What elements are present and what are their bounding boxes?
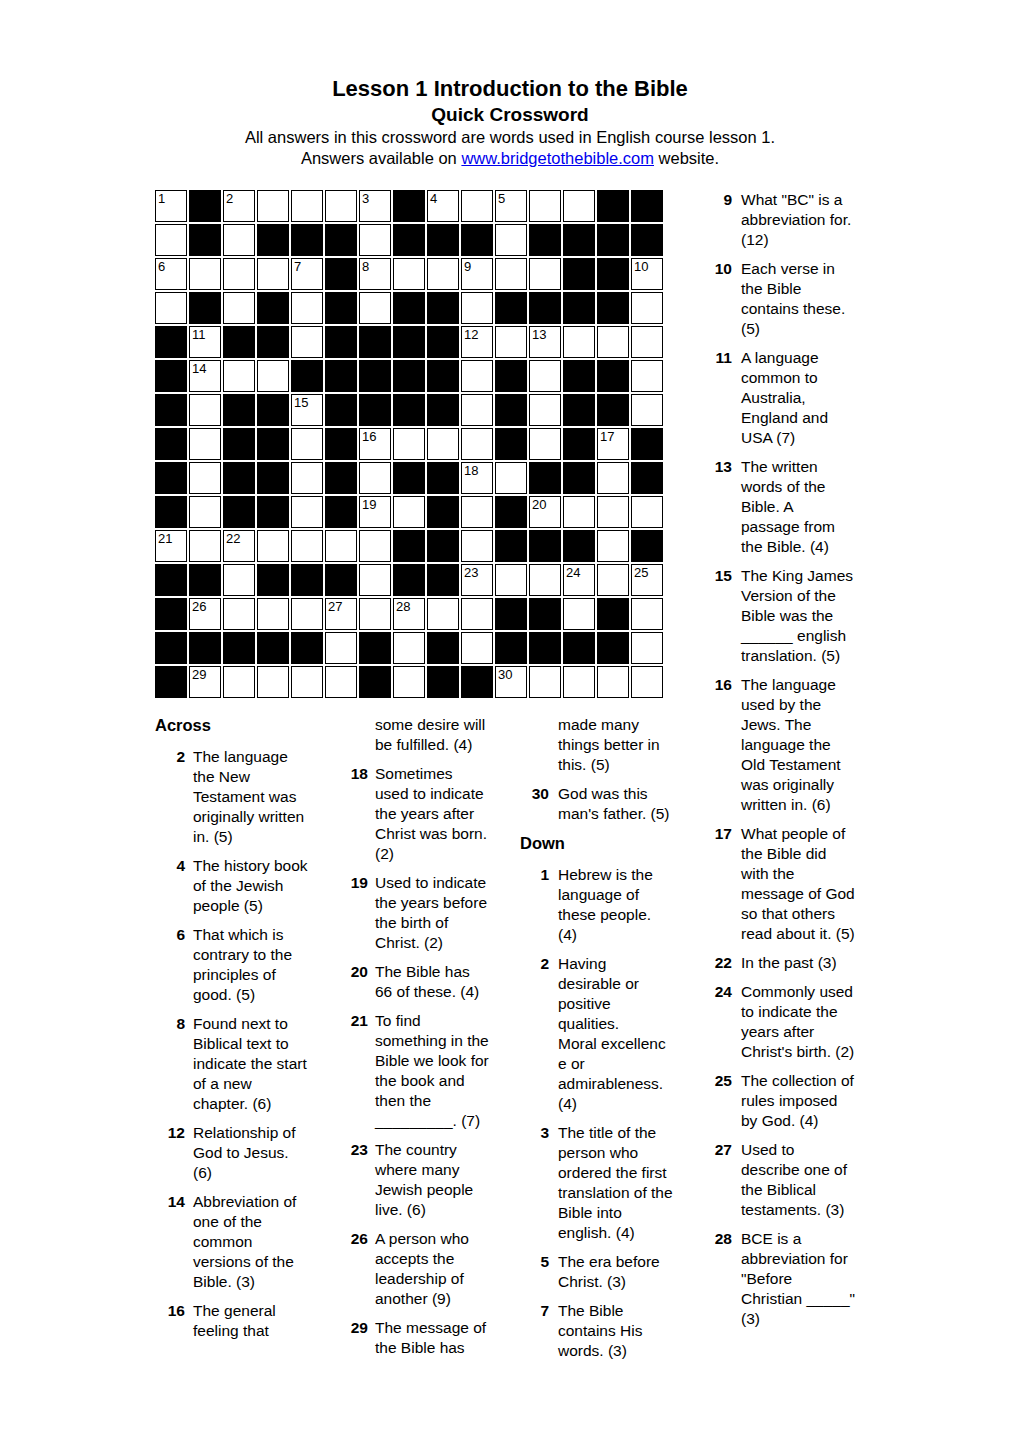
cell-number-11: 11: [192, 327, 206, 342]
cell-number-14: 14: [192, 361, 206, 376]
grid-cell-r11-c6[interactable]: [325, 530, 357, 562]
grid-cell-r1-c13[interactable]: [563, 190, 595, 222]
grid-cell-r9-c5[interactable]: [291, 462, 323, 494]
cell-number-12: 12: [464, 327, 478, 342]
clue-column-down-right: 9What "BC" is a abbreviation for. (12)10…: [700, 190, 860, 1338]
grid-cell-r10-c14[interactable]: [597, 496, 629, 528]
page-header: Lesson 1 Introduction to the Bible Quick…: [0, 76, 1020, 169]
clue-number: 16: [155, 1301, 185, 1341]
grid-cell-r12-c7[interactable]: [359, 564, 391, 596]
grid-cell-r8-c11: [495, 428, 527, 460]
grid-cell-r8-c5[interactable]: [291, 428, 323, 460]
grid-cell-r6-c12[interactable]: [529, 360, 561, 392]
grid-cell-r10-c11: [495, 496, 527, 528]
grid-cell-r13-c8[interactable]: 28: [393, 598, 425, 630]
answers-line: Answers available on www.bridgetothebibl…: [0, 148, 1020, 169]
grid-cell-r5-c14[interactable]: [597, 326, 629, 358]
grid-cell-r14-c3: [223, 632, 255, 664]
cell-number-21: 21: [158, 531, 172, 546]
grid-cell-r15-c5[interactable]: [291, 666, 323, 698]
crossword-grid[interactable]: 1234567891011121314151617181920212223242…: [155, 190, 663, 698]
cell-number-25: 25: [634, 565, 648, 580]
grid-cell-r14-c6[interactable]: [325, 632, 357, 664]
cell-number-17: 17: [600, 429, 614, 444]
clue-text: Used to indicate the years before the bi…: [375, 873, 492, 953]
clue-25: 25The collection of rules imposed by God…: [700, 1071, 860, 1131]
grid-cell-r11-c10[interactable]: [461, 530, 493, 562]
grid-cell-r11-c9: [427, 530, 459, 562]
grid-cell-r6-c15[interactable]: [631, 360, 663, 392]
grid-cell-r15-c15[interactable]: [631, 666, 663, 698]
intro-line: All answers in this crossword are words …: [0, 127, 1020, 148]
grid-cell-r12-c12[interactable]: [529, 564, 561, 596]
clue-number: 2: [520, 954, 549, 1114]
clue-column-across-down: made many things better in this. (5)30Go…: [520, 715, 677, 1370]
cell-number-3: 3: [362, 191, 369, 206]
grid-cell-r7-c15[interactable]: [631, 394, 663, 426]
grid-cell-r1-c11[interactable]: 5: [495, 190, 527, 222]
clue-text: The title of the person who ordered the …: [558, 1123, 677, 1243]
grid-cell-r15-c13[interactable]: [563, 666, 595, 698]
grid-cell-r11-c3[interactable]: 22: [223, 530, 255, 562]
grid-cell-r6-c2[interactable]: 14: [189, 360, 221, 392]
grid-cell-r2-c6: [325, 224, 357, 256]
cell-number-4: 4: [430, 191, 437, 206]
clue-text: Used to describe one of the Biblical tes…: [741, 1140, 860, 1220]
clue-number: [332, 715, 368, 755]
grid-cell-r9-c3: [223, 462, 255, 494]
grid-cell-r10-c4: [257, 496, 289, 528]
grid-cell-r10-c5[interactable]: [291, 496, 323, 528]
clue-10: 10Each verse in the Bible contains these…: [700, 259, 860, 339]
clue-number: 18: [332, 764, 368, 864]
grid-cell-r12-c11[interactable]: [495, 564, 527, 596]
clue-17: 17What people of the Bible did with the …: [700, 824, 860, 944]
grid-cell-r5-c7: [359, 326, 391, 358]
grid-cell-r9-c11[interactable]: [495, 462, 527, 494]
grid-cell-r10-c15[interactable]: [631, 496, 663, 528]
grid-cell-r12-c4: [257, 564, 289, 596]
grid-cell-r15-c9: [427, 666, 459, 698]
grid-cell-r11-c1[interactable]: 21: [155, 530, 187, 562]
grid-cell-r15-c14[interactable]: [597, 666, 629, 698]
grid-cell-r15-c1: [155, 666, 187, 698]
clue-14: 14Abbreviation of one of the common vers…: [155, 1192, 313, 1292]
grid-cell-r7-c12[interactable]: [529, 394, 561, 426]
grid-cell-r3-c11[interactable]: [495, 258, 527, 290]
clue-1: 1Hebrew is the language of these people.…: [520, 865, 677, 945]
grid-cell-r4-c2: [189, 292, 221, 324]
grid-cell-r8-c10[interactable]: [461, 428, 493, 460]
grid-cell-r14-c15[interactable]: [631, 632, 663, 664]
grid-cell-r11-c2[interactable]: [189, 530, 221, 562]
cell-number-15: 15: [294, 395, 308, 410]
grid-cell-r5-c11[interactable]: [495, 326, 527, 358]
grid-cell-r9-c1: [155, 462, 187, 494]
grid-cell-r2-c5: [291, 224, 323, 256]
grid-cell-r2-c3[interactable]: [223, 224, 255, 256]
grid-cell-r4-c7[interactable]: [359, 292, 391, 324]
clue-text: Each verse in the Bible contains these. …: [741, 259, 860, 339]
grid-cell-r7-c9: [427, 394, 459, 426]
grid-cell-r1-c15: [631, 190, 663, 222]
clue-text: A person who accepts the leadership of a…: [375, 1229, 492, 1309]
clue-column-across-2: some desire will be fulfilled. (4)18Some…: [332, 715, 492, 1367]
clue-text: The message of the Bible has: [375, 1318, 492, 1358]
grid-cell-r1-c7[interactable]: 3: [359, 190, 391, 222]
grid-cell-r13-c9[interactable]: [427, 598, 459, 630]
clue-number: 25: [700, 1071, 732, 1131]
crossword-document-page: Lesson 1 Introduction to the Bible Quick…: [0, 0, 1020, 1443]
clue-number: 28: [700, 1229, 732, 1329]
grid-cell-r6-c7: [359, 360, 391, 392]
clue-number: 15: [700, 566, 732, 666]
grid-cell-r8-c2[interactable]: [189, 428, 221, 460]
grid-cell-r9-c8: [393, 462, 425, 494]
grid-cell-r13-c14: [597, 598, 629, 630]
grid-cell-r7-c10[interactable]: [461, 394, 493, 426]
clue-number: 2: [155, 747, 185, 847]
grid-cell-r5-c9: [427, 326, 459, 358]
grid-cell-r6-c11: [495, 360, 527, 392]
grid-cell-r9-c6: [325, 462, 357, 494]
grid-cell-r5-c1: [155, 326, 187, 358]
cell-number-27: 27: [328, 599, 342, 614]
grid-cell-r8-c6: [325, 428, 357, 460]
grid-cell-r1-c8: [393, 190, 425, 222]
clue-text: A language common to Australia, England …: [741, 348, 860, 448]
grid-cell-r1-c1[interactable]: 1: [155, 190, 187, 222]
clue-text: The general feeling that: [193, 1301, 313, 1341]
grid-cell-r9-c4: [257, 462, 289, 494]
grid-cell-r3-c12[interactable]: [529, 258, 561, 290]
cell-number-20: 20: [532, 497, 546, 512]
grid-cell-r6-c6: [325, 360, 357, 392]
grid-cell-r4-c9: [427, 292, 459, 324]
cell-number-9: 9: [464, 259, 471, 274]
grid-cell-r14-c13: [563, 632, 595, 664]
grid-cell-r1-c4[interactable]: [257, 190, 289, 222]
grid-cell-r15-c3[interactable]: [223, 666, 255, 698]
clue-number: 19: [332, 873, 368, 953]
grid-cell-r3-c9[interactable]: [427, 258, 459, 290]
grid-cell-r5-c3: [223, 326, 255, 358]
grid-cell-r14-c14: [597, 632, 629, 664]
grid-cell-r12-c15[interactable]: 25: [631, 564, 663, 596]
clue-7: 7The Bible contains His words. (3): [520, 1301, 677, 1361]
cell-number-28: 28: [396, 599, 410, 614]
grid-cell-r9-c10[interactable]: 18: [461, 462, 493, 494]
grid-cell-r6-c4[interactable]: [257, 360, 289, 392]
clue-text: Relationship of God to Jesus. (6): [193, 1123, 313, 1183]
clue-number: 16: [700, 675, 732, 815]
grid-cell-r13-c10[interactable]: [461, 598, 493, 630]
grid-cell-r15-c7: [359, 666, 391, 698]
grid-cell-r11-c13: [563, 530, 595, 562]
grid-cell-r14-c12: [529, 632, 561, 664]
grid-cell-r2-c11[interactable]: [495, 224, 527, 256]
grid-cell-r15-c12[interactable]: [529, 666, 561, 698]
grid-cell-r1-c10[interactable]: [461, 190, 493, 222]
clue-number: 8: [155, 1014, 185, 1114]
grid-cell-r11-c14[interactable]: [597, 530, 629, 562]
grid-cell-r7-c11: [495, 394, 527, 426]
grid-cell-r6-c1: [155, 360, 187, 392]
clue-21: 21To find something in the Bible we look…: [332, 1011, 492, 1131]
grid-cell-r10-c10[interactable]: [461, 496, 493, 528]
clue-22: 22In the past (3): [700, 953, 860, 973]
grid-cell-r1-c6[interactable]: [325, 190, 357, 222]
cell-number-1: 1: [158, 191, 165, 206]
grid-cell-r3-c7[interactable]: 8: [359, 258, 391, 290]
clue-27: 27Used to describe one of the Biblical t…: [700, 1140, 860, 1220]
grid-cell-r7-c1: [155, 394, 187, 426]
clue-19: 19Used to indicate the years before the …: [332, 873, 492, 953]
grid-cell-r1-c12[interactable]: [529, 190, 561, 222]
grid-cell-r8-c9[interactable]: [427, 428, 459, 460]
grid-cell-r3-c3[interactable]: [223, 258, 255, 290]
grid-cell-r3-c5[interactable]: 7: [291, 258, 323, 290]
cell-number-18: 18: [464, 463, 478, 478]
clue-23: 23The country where many Jewish people l…: [332, 1140, 492, 1220]
grid-cell-r10-c12[interactable]: 20: [529, 496, 561, 528]
grid-cell-r11-c5[interactable]: [291, 530, 323, 562]
grid-cell-r4-c6: [325, 292, 357, 324]
page-title: Lesson 1 Introduction to the Bible: [0, 76, 1020, 102]
grid-cell-r2-c9: [427, 224, 459, 256]
clue-number: 23: [332, 1140, 368, 1220]
grid-cell-r12-c8: [393, 564, 425, 596]
clue-number: 4: [155, 856, 185, 916]
clue-text: What people of the Bible did with the me…: [741, 824, 860, 944]
grid-cell-r2-c1[interactable]: [155, 224, 187, 256]
grid-cell-r5-c2[interactable]: 11: [189, 326, 221, 358]
grid-cell-r13-c3[interactable]: [223, 598, 255, 630]
cell-number-19: 19: [362, 497, 376, 512]
page-subtitle: Quick Crossword: [0, 103, 1020, 127]
grid-cell-r8-c7[interactable]: 16: [359, 428, 391, 460]
grid-cell-r1-c9[interactable]: 4: [427, 190, 459, 222]
grid-cell-r9-c9: [427, 462, 459, 494]
grid-cell-r10-c3: [223, 496, 255, 528]
grid-cell-r14-c8[interactable]: [393, 632, 425, 664]
grid-cell-r8-c4: [257, 428, 289, 460]
grid-cell-r12-c13[interactable]: 24: [563, 564, 595, 596]
grid-cell-r13-c6[interactable]: 27: [325, 598, 357, 630]
grid-cell-r12-c1: [155, 564, 187, 596]
grid-cell-r4-c4: [257, 292, 289, 324]
grid-cell-r8-c8[interactable]: [393, 428, 425, 460]
grid-cell-r5-c5[interactable]: [291, 326, 323, 358]
clue-number: 11: [700, 348, 732, 448]
grid-cell-r10-c2[interactable]: [189, 496, 221, 528]
grid-cell-r13-c4[interactable]: [257, 598, 289, 630]
clue-text: The Bible contains His words. (3): [558, 1301, 677, 1361]
clue-text: The Bible has 66 of these. (4): [375, 962, 492, 1002]
cell-number-8: 8: [362, 259, 369, 274]
clue-9: 9What "BC" is a abbreviation for. (12): [700, 190, 860, 250]
answers-website-link[interactable]: www.bridgetothebible.com: [461, 149, 654, 167]
grid-cell-r3-c8[interactable]: [393, 258, 425, 290]
clue-number: 30: [520, 784, 549, 824]
grid-cell-r9-c2[interactable]: [189, 462, 221, 494]
grid-cell-r11-c4[interactable]: [257, 530, 289, 562]
grid-cell-r14-c10[interactable]: [461, 632, 493, 664]
grid-cell-r14-c5: [291, 632, 323, 664]
clue-number: 9: [700, 190, 732, 250]
grid-cell-r4-c12: [529, 292, 561, 324]
grid-cell-r13-c5[interactable]: [291, 598, 323, 630]
clue-text: Commonly used to indicate the years afte…: [741, 982, 860, 1062]
grid-cell-r8-c12[interactable]: [529, 428, 561, 460]
clue-text: Hebrew is the language of these people. …: [558, 865, 677, 945]
clue-number: [520, 715, 549, 775]
grid-cell-r5-c13[interactable]: [563, 326, 595, 358]
grid-cell-r11-c8: [393, 530, 425, 562]
clue-text: The history book of the Jewish people (5…: [193, 856, 313, 916]
grid-cell-r2-c4: [257, 224, 289, 256]
grid-cell-r7-c8: [393, 394, 425, 426]
grid-cell-r3-c4[interactable]: [257, 258, 289, 290]
grid-cell-r7-c3: [223, 394, 255, 426]
grid-cell-r14-c1: [155, 632, 187, 664]
grid-cell-r10-c8[interactable]: [393, 496, 425, 528]
grid-cell-r4-c1[interactable]: [155, 292, 187, 324]
grid-cell-r4-c3[interactable]: [223, 292, 255, 324]
clue-16: 16The general feeling that: [155, 1301, 313, 1341]
clue-18: 18Sometimes used to indicate the years a…: [332, 764, 492, 864]
clue-29: 29The message of the Bible has: [332, 1318, 492, 1358]
grid-cell-r15-c10: [461, 666, 493, 698]
grid-cell-r10-c6: [325, 496, 357, 528]
clue-text: What "BC" is a abbreviation for. (12): [741, 190, 860, 250]
clue-text: Found next to Biblical text to indicate …: [193, 1014, 313, 1114]
grid-cell-r4-c11: [495, 292, 527, 324]
grid-cell-r2-c12: [529, 224, 561, 256]
grid-cell-r7-c14: [597, 394, 629, 426]
grid-cell-r3-c15[interactable]: 10: [631, 258, 663, 290]
grid-cell-r9-c14[interactable]: [597, 462, 629, 494]
grid-cell-r5-c8: [393, 326, 425, 358]
grid-cell-r6-c10[interactable]: [461, 360, 493, 392]
grid-cell-r13-c13[interactable]: [563, 598, 595, 630]
grid-cell-r15-c6[interactable]: [325, 666, 357, 698]
grid-cell-r4-c10[interactable]: [461, 292, 493, 324]
cell-number-16: 16: [362, 429, 376, 444]
clue-number: 20: [332, 962, 368, 1002]
grid-cell-r15-c8[interactable]: [393, 666, 425, 698]
grid-cell-r8-c3: [223, 428, 255, 460]
clue-text: God was this man's father. (5): [558, 784, 677, 824]
grid-cell-r5-c10[interactable]: 12: [461, 326, 493, 358]
clue-text: The era before Christ. (3): [558, 1252, 677, 1292]
grid-cell-r4-c13: [563, 292, 595, 324]
grid-cell-r8-c13: [563, 428, 595, 460]
grid-cell-r7-c4: [257, 394, 289, 426]
grid-cell-r2-c2: [189, 224, 221, 256]
grid-cell-r13-c15[interactable]: [631, 598, 663, 630]
grid-cell-r3-c10[interactable]: 9: [461, 258, 493, 290]
cell-number-23: 23: [464, 565, 478, 580]
cell-number-30: 30: [498, 667, 512, 682]
grid-cell-r13-c2[interactable]: 26: [189, 598, 221, 630]
answers-line-prefix: Answers available on: [301, 149, 462, 167]
clue-text: The written words of the Bible. A passag…: [741, 457, 860, 557]
grid-cell-r15-c11[interactable]: 30: [495, 666, 527, 698]
grid-cell-r7-c2[interactable]: [189, 394, 221, 426]
clue-number: 21: [332, 1011, 368, 1131]
grid-cell-r3-c1[interactable]: 6: [155, 258, 187, 290]
clue-text: Abbreviation of one of the common versio…: [193, 1192, 313, 1292]
grid-cell-r2-c7[interactable]: [359, 224, 391, 256]
clue-text: That which is contrary to the principles…: [193, 925, 313, 1005]
grid-cell-r1-c3[interactable]: 2: [223, 190, 255, 222]
grid-cell-r13-c1: [155, 598, 187, 630]
clue-column-across-1: Across2The language the New Testament wa…: [155, 715, 313, 1350]
clue-26: 26A person who accepts the leadership of…: [332, 1229, 492, 1309]
grid-cell-r11-c7[interactable]: [359, 530, 391, 562]
clue-text: The collection of rules imposed by God. …: [741, 1071, 860, 1131]
clue-number: 1: [520, 865, 549, 945]
grid-cell-r11-c12: [529, 530, 561, 562]
grid-cell-r2-c13: [563, 224, 595, 256]
grid-cell-r3-c6: [325, 258, 357, 290]
grid-cell-r10-c13[interactable]: [563, 496, 595, 528]
grid-cell-r7-c7: [359, 394, 391, 426]
grid-cell-r7-c5[interactable]: 15: [291, 394, 323, 426]
clue-text: To find something in the Bible we look f…: [375, 1011, 492, 1131]
grid-cell-r5-c15[interactable]: [631, 326, 663, 358]
grid-cell-r10-c9: [427, 496, 459, 528]
grid-cell-r4-c14: [597, 292, 629, 324]
clue-text: some desire will be fulfilled. (4): [375, 715, 492, 755]
grid-cell-r15-c4[interactable]: [257, 666, 289, 698]
grid-cell-r9-c12: [529, 462, 561, 494]
grid-cell-r8-c14[interactable]: 17: [597, 428, 629, 460]
grid-cell-r6-c13: [563, 360, 595, 392]
grid-cell-r2-c8: [393, 224, 425, 256]
grid-cell-r3-c13: [563, 258, 595, 290]
grid-cell-r12-c14[interactable]: [597, 564, 629, 596]
grid-cell-r2-c10: [461, 224, 493, 256]
grid-cell-r6-c3[interactable]: [223, 360, 255, 392]
clue-24: 24Commonly used to indicate the years af…: [700, 982, 860, 1062]
grid-cell-r5-c12[interactable]: 13: [529, 326, 561, 358]
grid-cell-r15-c2[interactable]: 29: [189, 666, 221, 698]
grid-cell-r11-c15: [631, 530, 663, 562]
grid-cell-r14-c7: [359, 632, 391, 664]
grid-cell-r11-c11: [495, 530, 527, 562]
clue-text: The country where many Jewish people liv…: [375, 1140, 492, 1220]
grid-cell-r14-c4: [257, 632, 289, 664]
grid-cell-r3-c2[interactable]: [189, 258, 221, 290]
grid-cell-r13-c7[interactable]: [359, 598, 391, 630]
grid-cell-r7-c6: [325, 394, 357, 426]
grid-cell-r4-c5[interactable]: [291, 292, 323, 324]
grid-cell-r1-c5[interactable]: [291, 190, 323, 222]
grid-cell-r2-c14: [597, 224, 629, 256]
grid-cell-r1-c14: [597, 190, 629, 222]
cell-number-2: 2: [226, 191, 233, 206]
grid-cell-r4-c15[interactable]: [631, 292, 663, 324]
grid-cell-r12-c10[interactable]: 23: [461, 564, 493, 596]
grid-cell-r12-c3[interactable]: [223, 564, 255, 596]
clue-4: 4The history book of the Jewish people (…: [155, 856, 313, 916]
grid-cell-r9-c7[interactable]: [359, 462, 391, 494]
clue-number: 14: [155, 1192, 185, 1292]
grid-cell-r6-c9: [427, 360, 459, 392]
grid-cell-r10-c7[interactable]: 19: [359, 496, 391, 528]
